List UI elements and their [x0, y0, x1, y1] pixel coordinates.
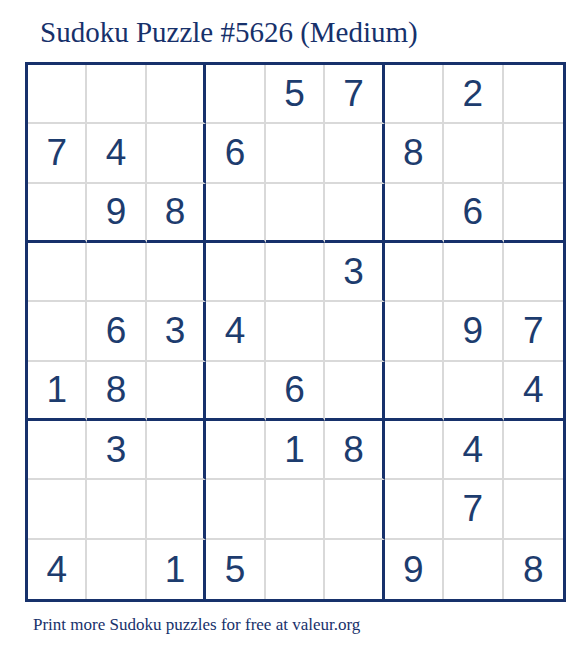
cell-r7c6: 8 [325, 421, 384, 480]
cell-r1c1 [28, 65, 87, 124]
cell-r3c5 [266, 184, 325, 243]
cell-r9c9: 8 [504, 540, 563, 599]
cell-r2c3 [147, 124, 206, 183]
cell-r1c4 [206, 65, 265, 124]
cell-r1c3 [147, 65, 206, 124]
cell-r7c9 [504, 421, 563, 480]
cell-r1c9 [504, 65, 563, 124]
cell-r9c1: 4 [28, 540, 87, 599]
cell-r1c8: 2 [444, 65, 503, 124]
cell-r7c4 [206, 421, 265, 480]
cell-r5c7 [385, 302, 444, 361]
cell-r5c1 [28, 302, 87, 361]
cell-r9c6 [325, 540, 384, 599]
cell-r7c3 [147, 421, 206, 480]
cell-r7c2: 3 [87, 421, 146, 480]
cell-r1c6: 7 [325, 65, 384, 124]
cell-r6c7 [385, 362, 444, 421]
cell-r9c2 [87, 540, 146, 599]
cell-r6c5: 6 [266, 362, 325, 421]
cell-r5c8: 9 [444, 302, 503, 361]
cell-r4c9 [504, 243, 563, 302]
cell-r8c9 [504, 480, 563, 539]
cell-r2c5 [266, 124, 325, 183]
cell-r3c9 [504, 184, 563, 243]
cell-r7c5: 1 [266, 421, 325, 480]
cell-r3c3: 8 [147, 184, 206, 243]
cell-r2c4: 6 [206, 124, 265, 183]
cell-r5c4: 4 [206, 302, 265, 361]
footer-text: Print more Sudoku puzzles for free at va… [33, 615, 360, 635]
cell-r9c5 [266, 540, 325, 599]
cell-r4c4 [206, 243, 265, 302]
cell-r6c4 [206, 362, 265, 421]
cell-r4c6: 3 [325, 243, 384, 302]
cell-r1c2 [87, 65, 146, 124]
cell-r2c9 [504, 124, 563, 183]
cell-r8c3 [147, 480, 206, 539]
cell-r2c1: 7 [28, 124, 87, 183]
cell-r2c6 [325, 124, 384, 183]
cell-r4c5 [266, 243, 325, 302]
cell-r8c4 [206, 480, 265, 539]
cell-r2c2: 4 [87, 124, 146, 183]
cell-r3c1 [28, 184, 87, 243]
cell-r7c7 [385, 421, 444, 480]
cell-r6c2: 8 [87, 362, 146, 421]
cell-r9c4: 5 [206, 540, 265, 599]
cell-r4c1 [28, 243, 87, 302]
cell-r8c2 [87, 480, 146, 539]
cell-r1c5: 5 [266, 65, 325, 124]
cell-r9c8 [444, 540, 503, 599]
cell-r8c6 [325, 480, 384, 539]
cell-r4c2 [87, 243, 146, 302]
page-title: Sudoku Puzzle #5626 (Medium) [40, 14, 418, 50]
cell-r5c6 [325, 302, 384, 361]
sudoku-page: Sudoku Puzzle #5626 (Medium) 57274689863… [0, 0, 574, 651]
cell-r3c8: 6 [444, 184, 503, 243]
cell-r5c5 [266, 302, 325, 361]
cell-r6c1: 1 [28, 362, 87, 421]
cell-r6c6 [325, 362, 384, 421]
cell-r1c7 [385, 65, 444, 124]
cell-r7c8: 4 [444, 421, 503, 480]
cell-r6c8 [444, 362, 503, 421]
cell-r3c6 [325, 184, 384, 243]
cell-r5c2: 6 [87, 302, 146, 361]
cell-r6c3 [147, 362, 206, 421]
cell-r9c3: 1 [147, 540, 206, 599]
cell-r9c7: 9 [385, 540, 444, 599]
cell-r3c4 [206, 184, 265, 243]
cell-r5c3: 3 [147, 302, 206, 361]
cell-r3c2: 9 [87, 184, 146, 243]
cell-r2c7: 8 [385, 124, 444, 183]
cell-r8c5 [266, 480, 325, 539]
sudoku-grid: 572746898636349718643184741598 [25, 62, 566, 602]
cell-r8c8: 7 [444, 480, 503, 539]
cell-r2c8 [444, 124, 503, 183]
cell-r4c7 [385, 243, 444, 302]
cell-r7c1 [28, 421, 87, 480]
cell-r5c9: 7 [504, 302, 563, 361]
cell-r6c9: 4 [504, 362, 563, 421]
cell-r3c7 [385, 184, 444, 243]
cell-r8c1 [28, 480, 87, 539]
cell-r4c8 [444, 243, 503, 302]
cell-r4c3 [147, 243, 206, 302]
cell-r8c7 [385, 480, 444, 539]
